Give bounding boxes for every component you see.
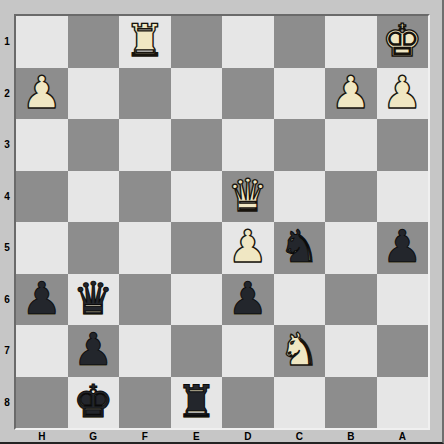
white-pawn-a2[interactable]: ♟ xyxy=(382,70,422,115)
square-c6[interactable] xyxy=(274,274,326,326)
square-g7[interactable]: ♟ xyxy=(68,325,120,377)
square-b7[interactable] xyxy=(325,325,377,377)
file-label-g: G xyxy=(68,430,120,443)
square-e6[interactable] xyxy=(171,274,223,326)
square-g2[interactable] xyxy=(68,68,120,120)
white-king-a1[interactable]: ♚ xyxy=(382,18,422,63)
white-knight-c7[interactable]: ♞ xyxy=(279,327,319,372)
square-d7[interactable] xyxy=(222,325,274,377)
square-h3[interactable] xyxy=(16,119,68,171)
square-f5[interactable] xyxy=(119,222,171,274)
file-label-f: F xyxy=(119,430,171,443)
white-pawn-h2[interactable]: ♟ xyxy=(22,70,62,115)
square-h7[interactable] xyxy=(16,325,68,377)
square-g4[interactable] xyxy=(68,171,120,223)
white-rook-f1[interactable]: ♜ xyxy=(125,18,165,63)
square-g5[interactable] xyxy=(68,222,120,274)
white-queen-d4[interactable]: ♛ xyxy=(228,173,268,218)
square-h1[interactable] xyxy=(16,16,68,68)
square-f7[interactable] xyxy=(119,325,171,377)
file-labels: HGFEDCBA xyxy=(16,430,428,443)
square-d8[interactable] xyxy=(222,377,274,429)
square-b3[interactable] xyxy=(325,119,377,171)
square-h4[interactable] xyxy=(16,171,68,223)
chess-diagram: 12345678 ♜♚♟♟♟♛♟♞♟♟♛♟♟♞♚♜ HGFEDCBA xyxy=(0,0,444,444)
square-e1[interactable] xyxy=(171,16,223,68)
square-b6[interactable] xyxy=(325,274,377,326)
rank-label-4: 4 xyxy=(0,171,14,223)
file-label-c: C xyxy=(274,430,326,443)
square-a4[interactable] xyxy=(377,171,429,223)
square-a1[interactable]: ♚ xyxy=(377,16,429,68)
square-f4[interactable] xyxy=(119,171,171,223)
square-g6[interactable]: ♛ xyxy=(68,274,120,326)
square-f2[interactable] xyxy=(119,68,171,120)
rank-label-6: 6 xyxy=(0,274,14,326)
square-d4[interactable]: ♛ xyxy=(222,171,274,223)
square-e4[interactable] xyxy=(171,171,223,223)
rank-label-2: 2 xyxy=(0,68,14,120)
square-g3[interactable] xyxy=(68,119,120,171)
square-d2[interactable] xyxy=(222,68,274,120)
rank-label-5: 5 xyxy=(0,222,14,274)
black-rook-e8[interactable]: ♜ xyxy=(176,379,216,424)
black-pawn-g7[interactable]: ♟ xyxy=(73,327,113,372)
square-a2[interactable]: ♟ xyxy=(377,68,429,120)
square-b2[interactable]: ♟ xyxy=(325,68,377,120)
rank-label-7: 7 xyxy=(0,325,14,377)
square-h8[interactable] xyxy=(16,377,68,429)
file-label-b: B xyxy=(325,430,377,443)
square-b1[interactable] xyxy=(325,16,377,68)
square-f6[interactable] xyxy=(119,274,171,326)
black-pawn-h6[interactable]: ♟ xyxy=(22,276,62,321)
board-frame: ♜♚♟♟♟♛♟♞♟♟♛♟♟♞♚♜ xyxy=(14,14,430,430)
black-pawn-a5[interactable]: ♟ xyxy=(382,224,422,269)
square-c7[interactable]: ♞ xyxy=(274,325,326,377)
rank-label-1: 1 xyxy=(0,16,14,68)
square-c3[interactable] xyxy=(274,119,326,171)
square-e5[interactable] xyxy=(171,222,223,274)
black-queen-g6[interactable]: ♛ xyxy=(73,276,113,321)
square-e3[interactable] xyxy=(171,119,223,171)
square-c1[interactable] xyxy=(274,16,326,68)
square-a8[interactable] xyxy=(377,377,429,429)
square-a5[interactable]: ♟ xyxy=(377,222,429,274)
square-c8[interactable] xyxy=(274,377,326,429)
square-a3[interactable] xyxy=(377,119,429,171)
square-d3[interactable] xyxy=(222,119,274,171)
square-h6[interactable]: ♟ xyxy=(16,274,68,326)
square-b5[interactable] xyxy=(325,222,377,274)
square-g1[interactable] xyxy=(68,16,120,68)
chess-board: ♜♚♟♟♟♛♟♞♟♟♛♟♟♞♚♜ xyxy=(16,16,428,428)
square-d5[interactable]: ♟ xyxy=(222,222,274,274)
square-c5[interactable]: ♞ xyxy=(274,222,326,274)
square-a7[interactable] xyxy=(377,325,429,377)
square-a6[interactable] xyxy=(377,274,429,326)
square-g8[interactable]: ♚ xyxy=(68,377,120,429)
rank-label-8: 8 xyxy=(0,377,14,429)
square-b4[interactable] xyxy=(325,171,377,223)
black-pawn-d6[interactable]: ♟ xyxy=(228,276,268,321)
black-knight-c5[interactable]: ♞ xyxy=(279,224,319,269)
square-h2[interactable]: ♟ xyxy=(16,68,68,120)
square-e2[interactable] xyxy=(171,68,223,120)
white-pawn-b2[interactable]: ♟ xyxy=(331,70,371,115)
square-c2[interactable] xyxy=(274,68,326,120)
square-f3[interactable] xyxy=(119,119,171,171)
square-e7[interactable] xyxy=(171,325,223,377)
square-c4[interactable] xyxy=(274,171,326,223)
white-pawn-d5[interactable]: ♟ xyxy=(228,224,268,269)
file-label-h: H xyxy=(16,430,68,443)
square-h5[interactable] xyxy=(16,222,68,274)
square-f8[interactable] xyxy=(119,377,171,429)
file-label-e: E xyxy=(171,430,223,443)
square-e8[interactable]: ♜ xyxy=(171,377,223,429)
square-f1[interactable]: ♜ xyxy=(119,16,171,68)
file-label-a: A xyxy=(377,430,429,443)
black-king-g8[interactable]: ♚ xyxy=(73,379,113,424)
square-b8[interactable] xyxy=(325,377,377,429)
rank-label-3: 3 xyxy=(0,119,14,171)
rank-labels: 12345678 xyxy=(0,16,14,428)
file-label-d: D xyxy=(222,430,274,443)
square-d1[interactable] xyxy=(222,16,274,68)
square-d6[interactable]: ♟ xyxy=(222,274,274,326)
